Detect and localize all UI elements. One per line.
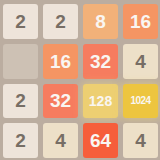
tile-2: 2 — [3, 84, 38, 119]
tile-4: 4 — [123, 123, 158, 158]
tile-32: 32 — [43, 84, 78, 119]
tile-8: 8 — [83, 4, 118, 39]
tile-128: 128 — [83, 84, 118, 119]
tile-32: 32 — [83, 44, 118, 79]
tile-2: 2 — [43, 4, 78, 39]
tile-2: 2 — [3, 123, 38, 158]
tile-2: 2 — [3, 4, 38, 39]
tile-16: 16 — [43, 44, 78, 79]
game-board-2048[interactable]: 2281616324232128102424644 — [0, 0, 160, 160]
tile-4: 4 — [123, 44, 158, 79]
tile-16: 16 — [123, 4, 158, 39]
tile-64: 64 — [83, 123, 118, 158]
tile-4: 4 — [43, 123, 78, 158]
empty-cell — [3, 44, 38, 79]
tile-1024: 1024 — [123, 84, 158, 119]
